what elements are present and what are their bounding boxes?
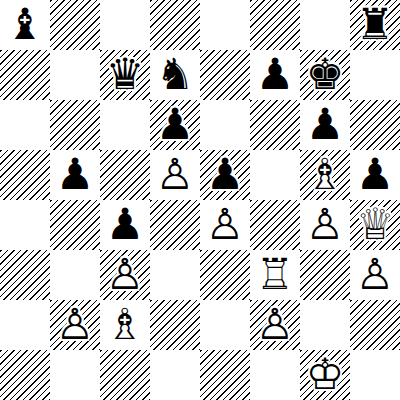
piece-black-pawn[interactable]: ♟♟ bbox=[300, 100, 350, 150]
square-c2[interactable]: ♝♗ bbox=[100, 300, 150, 350]
black-pawn-glyph: ♟ bbox=[200, 150, 250, 200]
piece-black-pawn[interactable]: ♟♟ bbox=[150, 100, 200, 150]
square-g8[interactable] bbox=[300, 0, 350, 50]
square-c7[interactable]: ♛♛ bbox=[100, 50, 150, 100]
piece-white-pawn[interactable]: ♟♙ bbox=[250, 300, 300, 350]
square-c8[interactable] bbox=[100, 0, 150, 50]
piece-white-pawn[interactable]: ♟♙ bbox=[150, 150, 200, 200]
square-f4[interactable] bbox=[250, 200, 300, 250]
chess-diagram: ♝♝♜♜♛♛♞♞♟♟♚♚♟♟♟♟♟♟♟♙♟♟♝♗♟♟♟♟♟♙♟♙♛♕♟♙♜♖♟♙… bbox=[0, 0, 400, 400]
square-h3[interactable]: ♟♙ bbox=[350, 250, 400, 300]
white-bishop-glyph: ♗ bbox=[300, 150, 350, 200]
square-b5[interactable]: ♟♟ bbox=[50, 150, 100, 200]
square-e1[interactable] bbox=[200, 350, 250, 400]
white-king-glyph: ♔ bbox=[300, 350, 350, 400]
piece-white-king[interactable]: ♚♔ bbox=[300, 350, 350, 400]
square-h2[interactable] bbox=[350, 300, 400, 350]
piece-black-pawn[interactable]: ♟♟ bbox=[50, 150, 100, 200]
square-d6[interactable]: ♟♟ bbox=[150, 100, 200, 150]
piece-black-bishop[interactable]: ♝♝ bbox=[0, 0, 50, 50]
square-e2[interactable] bbox=[200, 300, 250, 350]
square-e5[interactable]: ♟♟ bbox=[200, 150, 250, 200]
square-d3[interactable] bbox=[150, 250, 200, 300]
square-b2[interactable]: ♟♙ bbox=[50, 300, 100, 350]
square-b1[interactable] bbox=[50, 350, 100, 400]
square-h6[interactable] bbox=[350, 100, 400, 150]
square-b4[interactable] bbox=[50, 200, 100, 250]
black-knight-glyph: ♞ bbox=[150, 50, 200, 100]
square-e3[interactable] bbox=[200, 250, 250, 300]
square-f5[interactable] bbox=[250, 150, 300, 200]
square-f7[interactable]: ♟♟ bbox=[250, 50, 300, 100]
square-b7[interactable] bbox=[50, 50, 100, 100]
square-a3[interactable] bbox=[0, 250, 50, 300]
square-g3[interactable] bbox=[300, 250, 350, 300]
square-f3[interactable]: ♜♖ bbox=[250, 250, 300, 300]
square-g6[interactable]: ♟♟ bbox=[300, 100, 350, 150]
black-queen-glyph: ♛ bbox=[100, 50, 150, 100]
piece-white-bishop[interactable]: ♝♗ bbox=[300, 150, 350, 200]
square-a2[interactable] bbox=[0, 300, 50, 350]
black-bishop-glyph: ♝ bbox=[0, 0, 50, 50]
white-pawn-glyph: ♙ bbox=[100, 250, 150, 300]
square-g1[interactable]: ♚♔ bbox=[300, 350, 350, 400]
black-pawn-glyph: ♟ bbox=[150, 100, 200, 150]
black-pawn-glyph: ♟ bbox=[100, 200, 150, 250]
white-pawn-glyph: ♙ bbox=[350, 250, 400, 300]
square-a6[interactable] bbox=[0, 100, 50, 150]
square-f1[interactable] bbox=[250, 350, 300, 400]
square-h8[interactable]: ♜♜ bbox=[350, 0, 400, 50]
square-f8[interactable] bbox=[250, 0, 300, 50]
square-c5[interactable] bbox=[100, 150, 150, 200]
square-f2[interactable]: ♟♙ bbox=[250, 300, 300, 350]
square-a8[interactable]: ♝♝ bbox=[0, 0, 50, 50]
piece-black-pawn[interactable]: ♟♟ bbox=[100, 200, 150, 250]
square-b6[interactable] bbox=[50, 100, 100, 150]
square-c6[interactable] bbox=[100, 100, 150, 150]
piece-black-pawn[interactable]: ♟♟ bbox=[250, 50, 300, 100]
square-e4[interactable]: ♟♙ bbox=[200, 200, 250, 250]
piece-white-pawn[interactable]: ♟♙ bbox=[300, 200, 350, 250]
square-a1[interactable] bbox=[0, 350, 50, 400]
white-pawn-glyph: ♙ bbox=[150, 150, 200, 200]
square-h4[interactable]: ♛♕ bbox=[350, 200, 400, 250]
white-pawn-glyph: ♙ bbox=[250, 300, 300, 350]
black-pawn-glyph: ♟ bbox=[350, 150, 400, 200]
piece-black-pawn[interactable]: ♟♟ bbox=[350, 150, 400, 200]
square-b3[interactable] bbox=[50, 250, 100, 300]
piece-black-king[interactable]: ♚♚ bbox=[300, 50, 350, 100]
square-f6[interactable] bbox=[250, 100, 300, 150]
black-pawn-glyph: ♟ bbox=[300, 100, 350, 150]
black-rook-glyph: ♜ bbox=[350, 0, 400, 50]
square-d4[interactable] bbox=[150, 200, 200, 250]
chess-board: ♝♝♜♜♛♛♞♞♟♟♚♚♟♟♟♟♟♟♟♙♟♟♝♗♟♟♟♟♟♙♟♙♛♕♟♙♜♖♟♙… bbox=[0, 0, 400, 400]
square-a5[interactable] bbox=[0, 150, 50, 200]
square-d8[interactable] bbox=[150, 0, 200, 50]
piece-white-queen[interactable]: ♛♕ bbox=[350, 200, 400, 250]
square-c1[interactable] bbox=[100, 350, 150, 400]
piece-white-pawn[interactable]: ♟♙ bbox=[200, 200, 250, 250]
piece-black-pawn[interactable]: ♟♟ bbox=[200, 150, 250, 200]
piece-black-rook[interactable]: ♜♜ bbox=[350, 0, 400, 50]
black-king-glyph: ♚ bbox=[300, 50, 350, 100]
piece-white-pawn[interactable]: ♟♙ bbox=[100, 250, 150, 300]
square-g4[interactable]: ♟♙ bbox=[300, 200, 350, 250]
square-h1[interactable] bbox=[350, 350, 400, 400]
square-g5[interactable]: ♝♗ bbox=[300, 150, 350, 200]
piece-white-pawn[interactable]: ♟♙ bbox=[350, 250, 400, 300]
square-g2[interactable] bbox=[300, 300, 350, 350]
square-b8[interactable] bbox=[50, 0, 100, 50]
black-pawn-glyph: ♟ bbox=[50, 150, 100, 200]
square-h7[interactable] bbox=[350, 50, 400, 100]
white-pawn-glyph: ♙ bbox=[50, 300, 100, 350]
square-c3[interactable]: ♟♙ bbox=[100, 250, 150, 300]
square-e8[interactable] bbox=[200, 0, 250, 50]
square-d2[interactable] bbox=[150, 300, 200, 350]
piece-black-queen[interactable]: ♛♛ bbox=[100, 50, 150, 100]
piece-black-knight[interactable]: ♞♞ bbox=[150, 50, 200, 100]
piece-white-pawn[interactable]: ♟♙ bbox=[50, 300, 100, 350]
black-pawn-glyph: ♟ bbox=[250, 50, 300, 100]
square-e6[interactable] bbox=[200, 100, 250, 150]
square-e7[interactable] bbox=[200, 50, 250, 100]
piece-white-bishop[interactable]: ♝♗ bbox=[100, 300, 150, 350]
square-d7[interactable]: ♞♞ bbox=[150, 50, 200, 100]
white-bishop-glyph: ♗ bbox=[100, 300, 150, 350]
white-queen-glyph: ♕ bbox=[350, 200, 400, 250]
square-d1[interactable] bbox=[150, 350, 200, 400]
square-d5[interactable]: ♟♙ bbox=[150, 150, 200, 200]
white-rook-glyph: ♖ bbox=[250, 250, 300, 300]
square-a4[interactable] bbox=[0, 200, 50, 250]
piece-white-rook[interactable]: ♜♖ bbox=[250, 250, 300, 300]
square-h5[interactable]: ♟♟ bbox=[350, 150, 400, 200]
white-pawn-glyph: ♙ bbox=[200, 200, 250, 250]
square-c4[interactable]: ♟♟ bbox=[100, 200, 150, 250]
square-g7[interactable]: ♚♚ bbox=[300, 50, 350, 100]
white-pawn-glyph: ♙ bbox=[300, 200, 350, 250]
square-a7[interactable] bbox=[0, 50, 50, 100]
